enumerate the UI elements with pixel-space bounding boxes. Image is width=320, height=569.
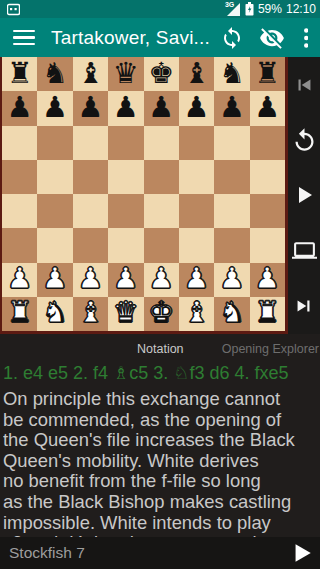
square-d1[interactable]: ♛ — [108, 297, 143, 331]
black-knight[interactable]: ♞ — [42, 59, 68, 88]
square-e1[interactable]: ♚ — [144, 297, 179, 331]
square-e4[interactable] — [144, 194, 179, 228]
battery-percent: 59% — [258, 2, 282, 16]
square-e8[interactable]: ♚ — [144, 57, 179, 91]
signal-icon: 3G — [225, 2, 241, 16]
square-h1[interactable]: ♜ — [250, 297, 285, 331]
square-f1[interactable]: ♝ — [179, 297, 214, 331]
skip-to-end-icon[interactable] — [290, 292, 318, 320]
square-b1[interactable]: ♞ — [37, 297, 72, 331]
engine-name: Stockfish 7 — [9, 544, 85, 562]
black-knight[interactable]: ♞ — [219, 59, 245, 88]
square-e7[interactable]: ♟ — [144, 91, 179, 125]
tab-bar: Notation Opening Explorer — [0, 334, 320, 361]
square-a2[interactable]: ♟ — [2, 263, 37, 297]
square-g1[interactable]: ♞ — [214, 297, 249, 331]
square-c6[interactable] — [73, 126, 108, 160]
skip-to-start-icon[interactable] — [290, 71, 318, 99]
square-d3[interactable] — [108, 228, 143, 262]
white-queen[interactable]: ♛ — [113, 298, 139, 327]
square-a3[interactable] — [2, 228, 37, 262]
square-b7[interactable]: ♟ — [37, 91, 72, 125]
chess-app-screen: 3G 59% 12:10 Tartakower, Savi... — [0, 0, 320, 569]
white-bishop[interactable]: ♝ — [77, 298, 103, 327]
black-rook[interactable]: ♜ — [7, 59, 33, 88]
engine-play-icon[interactable] — [288, 540, 314, 566]
square-c4[interactable] — [73, 194, 108, 228]
white-pawn[interactable]: ♟ — [148, 264, 174, 293]
square-c8[interactable]: ♝ — [73, 57, 108, 91]
white-pawn[interactable]: ♟ — [254, 264, 280, 293]
square-d6[interactable] — [108, 126, 143, 160]
white-pawn[interactable]: ♟ — [77, 264, 103, 293]
battery-icon — [245, 2, 254, 16]
square-e5[interactable] — [144, 160, 179, 194]
white-pawn[interactable]: ♟ — [7, 264, 33, 293]
square-c2[interactable]: ♟ — [73, 263, 108, 297]
square-g2[interactable]: ♟ — [214, 263, 249, 297]
white-rook[interactable]: ♜ — [7, 298, 33, 327]
clock: 12:10 — [286, 2, 316, 16]
square-h5[interactable] — [250, 160, 285, 194]
board-frame: ♜♞♝♛♚♝♞♜♟♟♟♟♟♟♟♟♟♟♟♟♟♟♟♟♜♞♝♛♚♝♞♜ — [0, 57, 288, 334]
commentary-line: Queen's mobility. White derives — [3, 451, 319, 472]
square-g4[interactable] — [214, 194, 249, 228]
square-c1[interactable]: ♝ — [73, 297, 108, 331]
play-icon[interactable] — [290, 181, 318, 209]
square-a6[interactable] — [2, 126, 37, 160]
commentary-line: be commended, as the opening of — [3, 410, 319, 431]
white-knight[interactable]: ♞ — [219, 298, 245, 327]
square-f5[interactable] — [179, 160, 214, 194]
board-controls-sidebar — [288, 57, 320, 334]
black-bishop[interactable]: ♝ — [184, 59, 210, 88]
commentary-text: On principle this exchange cannotbe comm… — [3, 389, 319, 537]
hide-pieces-eye-off-icon[interactable] — [256, 22, 288, 54]
flip-sync-icon[interactable] — [216, 22, 248, 54]
black-pawn[interactable]: ♟ — [7, 93, 33, 122]
commentary-line: no benefit from the f-file so long — [3, 471, 319, 492]
white-pawn[interactable]: ♟ — [219, 264, 245, 293]
square-h6[interactable] — [250, 126, 285, 160]
black-pawn[interactable]: ♟ — [113, 93, 139, 122]
square-d4[interactable] — [108, 194, 143, 228]
notification-icon — [7, 3, 20, 16]
move-list[interactable]: 1. e4 e5 2. f4 ♗c5 3. ♘f3 d6 4. fxe5 — [3, 362, 318, 384]
black-pawn[interactable]: ♟ — [148, 93, 174, 122]
black-pawn[interactable]: ♟ — [42, 93, 68, 122]
white-knight[interactable]: ♞ — [42, 298, 68, 327]
white-pawn[interactable]: ♟ — [113, 264, 139, 293]
square-d7[interactable]: ♟ — [108, 91, 143, 125]
square-c7[interactable]: ♟ — [73, 91, 108, 125]
square-g8[interactable]: ♞ — [214, 57, 249, 91]
black-pawn[interactable]: ♟ — [77, 93, 103, 122]
square-c3[interactable] — [73, 228, 108, 262]
square-d8[interactable]: ♛ — [108, 57, 143, 91]
square-b4[interactable] — [37, 194, 72, 228]
square-f6[interactable] — [179, 126, 214, 160]
black-queen[interactable]: ♛ — [113, 59, 139, 88]
tab-opening-explorer[interactable]: Opening Explorer — [222, 342, 319, 356]
white-pawn[interactable]: ♟ — [184, 264, 210, 293]
chess-board[interactable]: ♜♞♝♛♚♝♞♜♟♟♟♟♟♟♟♟♟♟♟♟♟♟♟♟♜♞♝♛♚♝♞♜ — [2, 57, 285, 331]
square-h7[interactable]: ♟ — [250, 91, 285, 125]
square-h4[interactable] — [250, 194, 285, 228]
square-c5[interactable] — [73, 160, 108, 194]
overflow-menu-icon[interactable] — [296, 22, 316, 54]
square-b6[interactable] — [37, 126, 72, 160]
square-f4[interactable] — [179, 194, 214, 228]
square-e6[interactable] — [144, 126, 179, 160]
engine-computer-icon[interactable] — [290, 237, 318, 265]
black-pawn[interactable]: ♟ — [184, 93, 210, 122]
menu-icon[interactable] — [13, 30, 35, 46]
square-a5[interactable] — [2, 160, 37, 194]
white-king[interactable]: ♚ — [148, 298, 174, 327]
square-d2[interactable]: ♟ — [108, 263, 143, 297]
commentary-line: On principle this exchange cannot — [3, 389, 319, 410]
square-b5[interactable] — [37, 160, 72, 194]
square-f8[interactable]: ♝ — [179, 57, 214, 91]
white-rook[interactable]: ♜ — [254, 298, 280, 327]
square-f7[interactable]: ♟ — [179, 91, 214, 125]
commentary-line: impossible. White intends to play — [3, 513, 319, 534]
black-bishop[interactable]: ♝ — [77, 59, 103, 88]
tab-notation[interactable]: Notation — [137, 342, 184, 356]
square-g5[interactable] — [214, 160, 249, 194]
black-pawn[interactable]: ♟ — [219, 93, 245, 122]
undo-icon[interactable] — [290, 126, 318, 154]
white-bishop[interactable]: ♝ — [184, 298, 210, 327]
square-a1[interactable]: ♜ — [2, 297, 37, 331]
square-e2[interactable]: ♟ — [144, 263, 179, 297]
square-d5[interactable] — [108, 160, 143, 194]
square-g3[interactable] — [214, 228, 249, 262]
square-h8[interactable]: ♜ — [250, 57, 285, 91]
black-rook[interactable]: ♜ — [254, 59, 280, 88]
square-e3[interactable] — [144, 228, 179, 262]
black-pawn[interactable]: ♟ — [254, 93, 280, 122]
square-b8[interactable]: ♞ — [37, 57, 72, 91]
square-f2[interactable]: ♟ — [179, 263, 214, 297]
square-a4[interactable] — [2, 194, 37, 228]
square-h2[interactable]: ♟ — [250, 263, 285, 297]
commentary-line: as the Black Bishop makes castling — [3, 492, 319, 513]
square-g7[interactable]: ♟ — [214, 91, 249, 125]
white-pawn[interactable]: ♟ — [42, 264, 68, 293]
page-title: Tartakower, Savi... — [51, 27, 210, 49]
black-king[interactable]: ♚ — [148, 59, 174, 88]
app-bar: Tartakower, Savi... — [0, 18, 320, 57]
square-a8[interactable]: ♜ — [2, 57, 37, 91]
square-a7[interactable]: ♟ — [2, 91, 37, 125]
engine-bar: Stockfish 7 — [0, 537, 320, 569]
square-b3[interactable] — [37, 228, 72, 262]
square-h3[interactable] — [250, 228, 285, 262]
status-bar: 3G 59% 12:10 — [0, 0, 320, 18]
commentary-line: the Queen's file increases the Black — [3, 430, 319, 451]
square-g6[interactable] — [214, 126, 249, 160]
square-f3[interactable] — [179, 228, 214, 262]
square-b2[interactable]: ♟ — [37, 263, 72, 297]
